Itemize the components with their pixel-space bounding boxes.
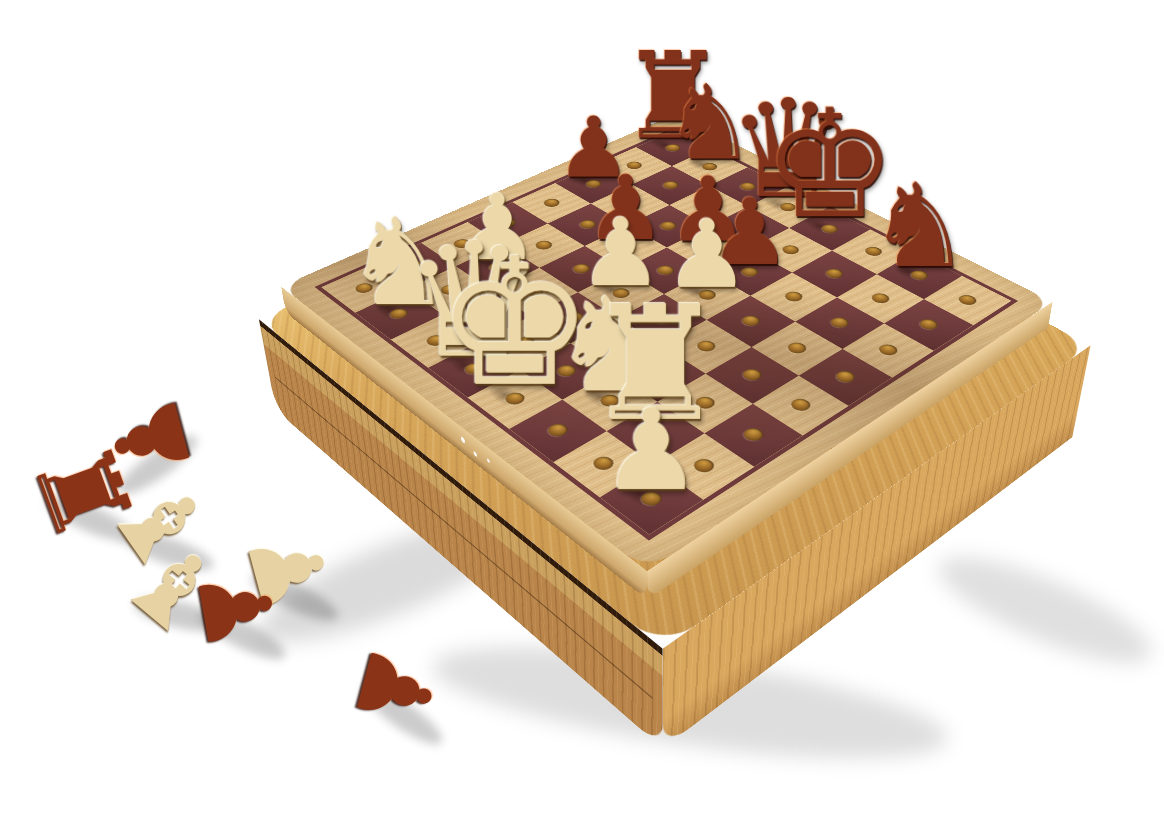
peg-hole-f1 (544, 421, 571, 438)
peg-hole-f7 (823, 267, 847, 280)
product-photo-scene: ♜♞♛♚♞♟♟♟♟♚♛♜♞♞♟♟♟♟ ♟♜♝♝♟♟♟ (0, 0, 1164, 831)
peg-hole-f8 (862, 245, 885, 257)
captured-black-pawn-6[interactable]: ♟ (181, 558, 289, 658)
peg-hole-h7 (916, 317, 941, 331)
peg-hole-b6 (619, 199, 641, 210)
chess-set-3d-group: ♜♞♛♚♞♟♟♟♟♚♛♜♞♞♟♟♟♟ (254, 110, 1096, 619)
peg-hole-b8 (699, 161, 720, 171)
peg-hole-a5 (541, 197, 563, 208)
peg-hole-b7 (660, 180, 681, 191)
peg-hole-d8 (777, 201, 799, 212)
square-g6[interactable] (795, 297, 884, 349)
peg-hole-f6 (782, 290, 806, 304)
peg-hole-g8 (907, 269, 931, 282)
peg-hole-a6 (583, 178, 604, 189)
pawn-glyph: ♟ (601, 394, 702, 507)
peg-hole-c5 (614, 241, 637, 253)
peg-hole-h6 (875, 342, 900, 357)
peg-hole-h4 (787, 397, 814, 414)
peg-hole-c8 (737, 181, 759, 192)
peg-hole-g6 (827, 315, 852, 329)
peg-hole-a8 (663, 143, 684, 153)
peg-hole-a7 (624, 160, 645, 170)
peg-hole-f5 (739, 314, 764, 328)
peg-hole-g5 (784, 341, 809, 356)
peg-hole-h5 (832, 369, 858, 385)
peg-hole-g4 (739, 367, 765, 383)
peg-hole-g7 (868, 291, 892, 305)
peg-hole-e7 (779, 244, 802, 256)
peg-hole-h3 (740, 426, 767, 444)
peg-hole-e8 (818, 223, 841, 235)
